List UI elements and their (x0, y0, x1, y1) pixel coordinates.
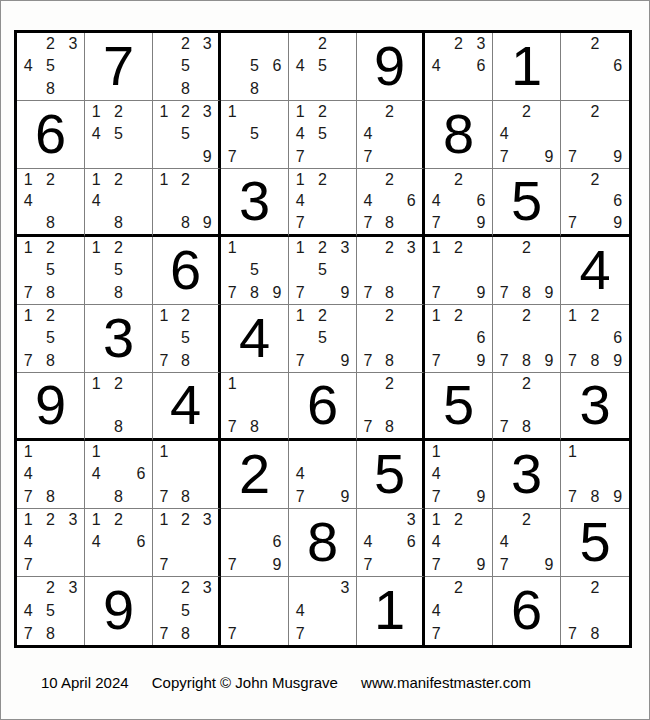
candidate-7: 7 (561, 212, 584, 234)
candidate-empty (538, 373, 560, 395)
cell-r6c2[interactable]: 128 (85, 373, 153, 441)
candidate-7: 7 (561, 622, 584, 645)
candidate-8: 8 (379, 416, 401, 438)
cell-r9c5[interactable]: 347 (289, 577, 357, 645)
candidate-4: 4 (17, 463, 39, 485)
candidate-empty (357, 101, 379, 123)
candidate-7: 7 (289, 486, 311, 508)
candidate-2: 2 (515, 101, 537, 123)
cell-r7c4[interactable]: 2 (221, 441, 289, 509)
cell-r3c6[interactable]: 24678 (357, 169, 425, 237)
candidate-1: 1 (289, 169, 311, 191)
candidate-4: 4 (85, 463, 107, 485)
pencil-marks: 479 (289, 441, 356, 508)
cell-r6c7[interactable]: 5 (425, 373, 493, 441)
cell-r5c3[interactable]: 12578 (153, 305, 221, 373)
candidate-8: 8 (379, 282, 401, 304)
candidate-empty (334, 327, 356, 349)
candidate-empty (130, 101, 152, 123)
candidate-empty (175, 554, 197, 576)
pencil-marks: 178 (221, 373, 288, 438)
candidate-empty (289, 259, 311, 281)
candidate-empty (606, 101, 629, 123)
candidate-empty (221, 600, 243, 623)
candidate-empty (243, 33, 265, 55)
candidate-2: 2 (447, 237, 469, 259)
cell-r8c2[interactable]: 1246 (85, 509, 153, 577)
cell-r3c5[interactable]: 1247 (289, 169, 357, 237)
candidate-8: 8 (515, 350, 537, 372)
pencil-marks: 2789 (493, 305, 560, 372)
footer: 10 April 2024 Copyright © John Musgrave … (41, 674, 531, 691)
candidate-empty (538, 101, 560, 123)
cell-r1c5[interactable]: 245 (289, 33, 357, 101)
candidate-empty (85, 212, 107, 234)
cell-r3c4[interactable]: 3 (221, 169, 289, 237)
candidate-7: 7 (425, 350, 447, 372)
candidate-empty (379, 531, 401, 553)
candidate-4: 4 (17, 531, 39, 553)
solved-digit: 9 (374, 38, 405, 94)
cell-r5c2[interactable]: 3 (85, 305, 153, 373)
candidate-empty (584, 78, 607, 100)
candidate-2: 2 (39, 237, 61, 259)
candidate-4: 4 (85, 531, 107, 553)
candidate-empty (196, 600, 218, 623)
candidate-2: 2 (379, 101, 401, 123)
candidate-empty (221, 123, 243, 145)
cell-r9c7[interactable]: 247 (425, 577, 493, 645)
candidate-empty (400, 123, 422, 145)
candidate-empty (606, 169, 629, 191)
candidate-5: 5 (311, 123, 333, 145)
candidate-7: 7 (221, 416, 243, 438)
candidate-3: 3 (196, 509, 218, 531)
candidate-empty (400, 305, 422, 327)
cell-r7c7[interactable]: 1479 (425, 441, 493, 509)
cell-r3c8[interactable]: 5 (493, 169, 561, 237)
candidate-empty (266, 33, 288, 55)
candidate-empty (334, 191, 356, 213)
candidate-empty (334, 463, 356, 485)
candidate-empty (447, 622, 469, 645)
cell-r7c1[interactable]: 1478 (17, 441, 85, 509)
pencil-marks: 24679 (425, 169, 492, 234)
candidate-empty (357, 305, 379, 327)
candidate-empty (470, 259, 492, 281)
candidate-6: 6 (266, 531, 288, 553)
candidate-2: 2 (107, 169, 129, 191)
pencil-marks: 1248 (17, 169, 84, 234)
candidate-empty (62, 282, 84, 304)
candidate-empty (538, 259, 560, 281)
cell-r4c5[interactable]: 123579 (289, 237, 357, 305)
cell-r2c1[interactable]: 6 (17, 101, 85, 169)
cell-r1c1[interactable]: 23458 (17, 33, 85, 101)
candidate-empty (17, 577, 39, 600)
candidate-9: 9 (334, 282, 356, 304)
candidate-empty (266, 577, 288, 600)
cell-r8c4[interactable]: 679 (221, 509, 289, 577)
candidate-empty (153, 123, 175, 145)
candidate-8: 8 (39, 212, 61, 234)
candidate-empty (17, 212, 39, 234)
cell-r8c8[interactable]: 2479 (493, 509, 561, 577)
candidate-empty (493, 395, 515, 417)
cell-r1c9[interactable]: 26 (561, 33, 629, 101)
cell-r4c2[interactable]: 1258 (85, 237, 153, 305)
solved-digit: 3 (579, 377, 610, 433)
candidate-9: 9 (606, 212, 629, 234)
candidate-5: 5 (175, 600, 197, 623)
cell-r7c9[interactable]: 1789 (561, 441, 629, 509)
cell-r5c1[interactable]: 12578 (17, 305, 85, 373)
candidate-9: 9 (538, 350, 560, 372)
cell-r9c1[interactable]: 234578 (17, 577, 85, 645)
candidate-2: 2 (447, 509, 469, 531)
candidate-8: 8 (175, 350, 197, 372)
candidate-2: 2 (515, 237, 537, 259)
cell-r3c2[interactable]: 1248 (85, 169, 153, 237)
candidate-empty (153, 146, 175, 168)
candidate-empty (266, 373, 288, 395)
candidate-empty (62, 327, 84, 349)
pencil-marks: 2479 (493, 101, 560, 168)
candidate-7: 7 (289, 212, 311, 234)
cell-r4c3[interactable]: 6 (153, 237, 221, 305)
cell-r8c1[interactable]: 12347 (17, 509, 85, 577)
cell-r3c1[interactable]: 1248 (17, 169, 85, 237)
cell-r9c2[interactable]: 9 (85, 577, 153, 645)
cell-r5c5[interactable]: 12579 (289, 305, 357, 373)
candidate-8: 8 (584, 350, 607, 372)
cell-r2c3[interactable]: 12359 (153, 101, 221, 169)
cell-r6c8[interactable]: 278 (493, 373, 561, 441)
candidate-empty (221, 259, 243, 281)
candidate-5: 5 (243, 259, 265, 281)
candidate-empty (584, 600, 607, 623)
candidate-empty (400, 212, 422, 234)
cell-r4c8[interactable]: 2789 (493, 237, 561, 305)
candidate-8: 8 (515, 416, 537, 438)
candidate-empty (221, 531, 243, 553)
candidate-7: 7 (17, 622, 39, 645)
cell-r2c8[interactable]: 2479 (493, 101, 561, 169)
cell-r3c3[interactable]: 1289 (153, 169, 221, 237)
candidate-empty (425, 327, 447, 349)
candidate-8: 8 (39, 486, 61, 508)
cell-r5c6[interactable]: 278 (357, 305, 425, 373)
candidate-empty (39, 554, 61, 576)
pencil-marks: 23458 (17, 33, 84, 100)
candidate-4: 4 (289, 123, 311, 145)
pencil-marks: 278 (561, 577, 629, 645)
cell-r4c6[interactable]: 2378 (357, 237, 425, 305)
candidate-2: 2 (311, 237, 333, 259)
candidate-empty (39, 463, 61, 485)
candidate-empty (334, 600, 356, 623)
solved-digit: 4 (579, 242, 610, 298)
candidate-empty (606, 600, 629, 623)
candidate-2: 2 (39, 509, 61, 531)
cell-r7c3[interactable]: 178 (153, 441, 221, 509)
cell-r6c1[interactable]: 9 (17, 373, 85, 441)
candidate-empty (357, 259, 379, 281)
candidate-empty (243, 600, 265, 623)
pencil-marks: 1246 (85, 509, 152, 576)
cell-r4c7[interactable]: 1279 (425, 237, 493, 305)
cell-r8c6[interactable]: 3467 (357, 509, 425, 577)
candidate-3: 3 (400, 237, 422, 259)
candidate-3: 3 (334, 577, 356, 600)
candidate-empty (221, 577, 243, 600)
candidate-8: 8 (107, 416, 129, 438)
candidate-7: 7 (357, 416, 379, 438)
candidate-empty (493, 373, 515, 395)
candidate-empty (243, 622, 265, 645)
pencil-marks: 2378 (357, 237, 422, 304)
candidate-7: 7 (357, 554, 379, 576)
candidate-7: 7 (17, 486, 39, 508)
cell-r6c4[interactable]: 178 (221, 373, 289, 441)
candidate-1: 1 (17, 509, 39, 531)
candidate-empty (266, 78, 288, 100)
candidate-1: 1 (289, 237, 311, 259)
cell-r6c9[interactable]: 3 (561, 373, 629, 441)
candidate-empty (107, 395, 129, 417)
candidate-8: 8 (39, 78, 61, 100)
candidate-empty (289, 78, 311, 100)
candidate-7: 7 (221, 282, 243, 304)
candidate-9: 9 (470, 350, 492, 372)
candidate-empty (357, 327, 379, 349)
candidate-7: 7 (425, 486, 447, 508)
cell-r8c5[interactable]: 8 (289, 509, 357, 577)
candidate-empty (130, 169, 152, 191)
solved-digit: 1 (511, 38, 542, 94)
candidate-empty (334, 259, 356, 281)
candidate-5: 5 (39, 55, 61, 77)
candidate-empty (357, 237, 379, 259)
candidate-5: 5 (107, 123, 129, 145)
cell-r5c4[interactable]: 4 (221, 305, 289, 373)
candidate-empty (515, 531, 537, 553)
cell-r9c8[interactable]: 6 (493, 577, 561, 645)
cell-r8c9[interactable]: 5 (561, 509, 629, 577)
candidate-empty (493, 305, 515, 327)
candidate-2: 2 (311, 33, 333, 55)
cell-r6c3[interactable]: 4 (153, 373, 221, 441)
candidate-empty (447, 531, 469, 553)
pencil-marks: 126789 (561, 305, 629, 372)
cell-r2c2[interactable]: 1245 (85, 101, 153, 169)
solved-digit: 6 (35, 106, 66, 162)
cell-r8c3[interactable]: 1237 (153, 509, 221, 577)
candidate-2: 2 (175, 101, 197, 123)
solved-digit: 9 (35, 377, 66, 433)
candidate-empty (538, 237, 560, 259)
candidate-empty (447, 191, 469, 213)
cell-r2c5[interactable]: 12457 (289, 101, 357, 169)
candidate-2: 2 (175, 509, 197, 531)
cell-r5c9[interactable]: 126789 (561, 305, 629, 373)
solved-digit: 2 (239, 446, 270, 502)
candidate-empty (400, 416, 422, 438)
cell-r1c8[interactable]: 1 (493, 33, 561, 101)
solved-digit: 1 (374, 582, 405, 638)
candidate-8: 8 (584, 486, 607, 508)
cell-r3c7[interactable]: 24679 (425, 169, 493, 237)
pencil-marks: 1258 (85, 237, 152, 304)
candidate-1: 1 (425, 441, 447, 463)
candidate-2: 2 (447, 33, 469, 55)
candidate-6: 6 (470, 327, 492, 349)
candidate-empty (289, 577, 311, 600)
candidate-empty (243, 554, 265, 576)
candidate-3: 3 (196, 101, 218, 123)
candidate-empty (447, 463, 469, 485)
candidate-empty (62, 237, 84, 259)
candidate-empty (538, 531, 560, 553)
candidate-empty (334, 78, 356, 100)
cell-r6c6[interactable]: 278 (357, 373, 425, 441)
cell-r1c7[interactable]: 2346 (425, 33, 493, 101)
candidate-empty (39, 441, 61, 463)
candidate-empty (606, 577, 629, 600)
cell-r1c3[interactable]: 2358 (153, 33, 221, 101)
cell-r3c9[interactable]: 2679 (561, 169, 629, 237)
candidate-7: 7 (17, 350, 39, 372)
candidate-empty (130, 486, 152, 508)
solved-digit: 9 (103, 582, 134, 638)
cell-r1c6[interactable]: 9 (357, 33, 425, 101)
candidate-4: 4 (425, 191, 447, 213)
candidate-empty (515, 395, 537, 417)
cell-r9c9[interactable]: 278 (561, 577, 629, 645)
candidate-1: 1 (153, 305, 175, 327)
cell-r9c4[interactable]: 7 (221, 577, 289, 645)
candidate-3: 3 (196, 33, 218, 55)
solved-digit: 4 (239, 310, 270, 366)
cell-r5c8[interactable]: 2789 (493, 305, 561, 373)
cell-r5c7[interactable]: 12679 (425, 305, 493, 373)
candidate-7: 7 (153, 622, 175, 645)
cell-r6c5[interactable]: 6 (289, 373, 357, 441)
candidate-5: 5 (175, 327, 197, 349)
candidate-empty (175, 531, 197, 553)
pencil-marks: 178 (153, 441, 218, 508)
cell-r7c2[interactable]: 1468 (85, 441, 153, 509)
cell-r8c7[interactable]: 12479 (425, 509, 493, 577)
candidate-empty (196, 123, 218, 145)
pencil-marks: 347 (289, 577, 356, 645)
candidate-5: 5 (175, 123, 197, 145)
pencil-marks: 3467 (357, 509, 422, 576)
candidate-7: 7 (425, 282, 447, 304)
cell-r2c9[interactable]: 279 (561, 101, 629, 169)
candidate-4: 4 (493, 123, 515, 145)
cell-r1c2[interactable]: 7 (85, 33, 153, 101)
cell-r9c6[interactable]: 1 (357, 577, 425, 645)
candidate-empty (130, 373, 152, 395)
cell-r9c3[interactable]: 23578 (153, 577, 221, 645)
candidate-empty (130, 416, 152, 438)
candidate-empty (266, 123, 288, 145)
candidate-empty (334, 441, 356, 463)
candidate-empty (538, 509, 560, 531)
candidate-empty (62, 463, 84, 485)
candidate-empty (379, 395, 401, 417)
cell-r4c4[interactable]: 15789 (221, 237, 289, 305)
candidate-empty (515, 123, 537, 145)
candidate-2: 2 (584, 577, 607, 600)
candidate-7: 7 (289, 350, 311, 372)
cell-r1c4[interactable]: 568 (221, 33, 289, 101)
candidate-empty (130, 259, 152, 281)
candidate-empty (447, 259, 469, 281)
candidate-empty (85, 554, 107, 576)
cell-r4c9[interactable]: 4 (561, 237, 629, 305)
candidate-5: 5 (175, 55, 197, 77)
cell-r2c4[interactable]: 157 (221, 101, 289, 169)
candidate-3: 3 (62, 577, 84, 600)
pencil-marks: 1789 (561, 441, 629, 508)
candidate-empty (447, 282, 469, 304)
cell-r2c6[interactable]: 247 (357, 101, 425, 169)
cell-r7c5[interactable]: 479 (289, 441, 357, 509)
cell-r7c6[interactable]: 5 (357, 441, 425, 509)
candidate-empty (266, 237, 288, 259)
candidate-6: 6 (606, 327, 629, 349)
candidate-4: 4 (357, 191, 379, 213)
candidate-empty (584, 441, 607, 463)
candidate-empty (243, 395, 265, 417)
candidate-7: 7 (153, 486, 175, 508)
candidate-empty (561, 123, 584, 145)
candidate-empty (400, 101, 422, 123)
candidate-9: 9 (606, 146, 629, 168)
candidate-empty (515, 146, 537, 168)
pencil-marks: 1479 (425, 441, 492, 508)
candidate-empty (334, 169, 356, 191)
candidate-empty (289, 33, 311, 55)
pencil-marks: 2679 (561, 169, 629, 234)
candidate-3: 3 (62, 33, 84, 55)
cell-r4c1[interactable]: 12578 (17, 237, 85, 305)
cell-r2c7[interactable]: 8 (425, 101, 493, 169)
candidate-empty (561, 463, 584, 485)
candidate-8: 8 (39, 282, 61, 304)
footer-copyright: Copyright © John Musgrave (152, 674, 338, 691)
candidate-empty (334, 33, 356, 55)
candidate-8: 8 (175, 212, 197, 234)
candidate-2: 2 (175, 169, 197, 191)
candidate-6: 6 (400, 191, 422, 213)
candidate-2: 2 (515, 373, 537, 395)
candidate-empty (470, 577, 492, 600)
candidate-2: 2 (107, 101, 129, 123)
cell-r7c8[interactable]: 3 (493, 441, 561, 509)
candidate-empty (130, 123, 152, 145)
candidate-empty (561, 101, 584, 123)
pencil-marks: 128 (85, 373, 152, 438)
candidate-empty (379, 123, 401, 145)
candidate-9: 9 (470, 486, 492, 508)
candidate-2: 2 (39, 33, 61, 55)
candidate-empty (470, 305, 492, 327)
candidate-9: 9 (470, 212, 492, 234)
candidate-empty (130, 282, 152, 304)
